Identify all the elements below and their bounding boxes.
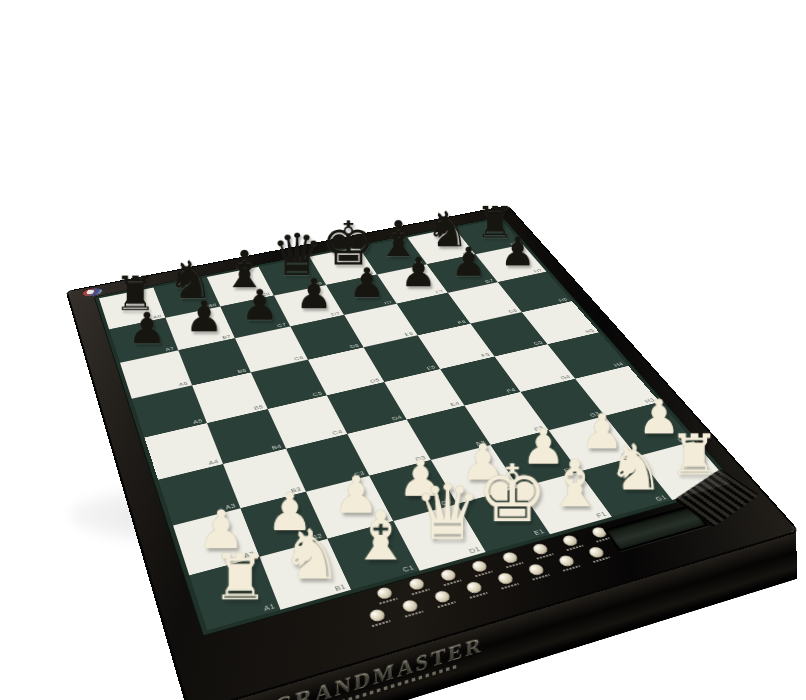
control-button[interactable] — [433, 590, 452, 604]
control-button[interactable] — [496, 572, 515, 586]
piece-white-queen[interactable]: ♛ — [413, 475, 481, 551]
piece-white-king[interactable]: ♚ — [477, 454, 548, 533]
square-label: B5 — [253, 404, 264, 410]
power-knob[interactable] — [704, 499, 726, 513]
piece-black-pawn[interactable]: ♟ — [295, 273, 332, 315]
control-button[interactable] — [407, 577, 426, 591]
square-b5[interactable]: B5 — [192, 372, 268, 423]
piece-white-bishop[interactable]: ♝ — [546, 452, 604, 517]
control-button[interactable] — [368, 608, 387, 623]
square-label: D6 — [349, 343, 360, 349]
piece-black-pawn[interactable]: ♟ — [128, 307, 167, 350]
control-button[interactable] — [470, 560, 489, 574]
control-button[interactable] — [465, 581, 484, 595]
square-label: A5 — [192, 418, 203, 425]
piece-white-bishop[interactable]: ♝ — [350, 502, 411, 570]
piece-white-rook[interactable]: ♜ — [669, 427, 719, 483]
piece-white-rook[interactable]: ♜ — [212, 546, 268, 609]
board-grid: A8♜B8♞C8♝D8♛E8♚F8♝G8♞H8♜A7♟B7♟C7♟D7♟E7♟F… — [99, 219, 731, 630]
control-button[interactable] — [561, 534, 580, 547]
control-button[interactable] — [375, 586, 394, 600]
square-label: E4 — [449, 401, 461, 407]
board-frame: A8♜B8♞C8♝D8♛E8♚F8♝G8♞H8♜A7♟B7♟C7♟D7♟E7♟F… — [68, 206, 797, 700]
piece-black-pawn[interactable]: ♟ — [185, 295, 223, 338]
piece-black-pawn[interactable]: ♟ — [500, 232, 536, 272]
control-button[interactable] — [531, 543, 550, 556]
scene: A8♜B8♞C8♝D8♛E8♚F8♝G8♞H8♜A7♟B7♟C7♟D7♟E7♟F… — [0, 0, 806, 700]
piece-black-pawn[interactable]: ♟ — [451, 242, 487, 282]
piece-black-pawn[interactable]: ♟ — [400, 252, 437, 293]
square-label: B6 — [237, 368, 248, 374]
square-label: G5 — [532, 340, 544, 346]
product-photo: A8♜B8♞C8♝D8♛E8♚F8♝G8♞H8♜A7♟B7♟C7♟D7♟E7♟F… — [0, 0, 806, 700]
control-button[interactable] — [590, 526, 609, 539]
control-button[interactable] — [501, 551, 520, 564]
control-button[interactable] — [439, 568, 458, 582]
piece-white-knight[interactable]: ♞ — [281, 520, 343, 589]
control-button[interactable] — [401, 599, 420, 614]
control-button[interactable] — [587, 546, 606, 559]
control-button[interactable] — [557, 554, 576, 567]
piece-white-knight[interactable]: ♞ — [607, 436, 664, 500]
piece-black-pawn[interactable]: ♟ — [348, 262, 385, 303]
square-label: D5 — [369, 377, 380, 383]
square-label: H4 — [613, 361, 625, 367]
square-label: E5 — [426, 365, 437, 371]
piece-black-pawn[interactable]: ♟ — [241, 284, 279, 326]
square-label: B4 — [271, 443, 283, 450]
control-button[interactable] — [527, 563, 546, 577]
